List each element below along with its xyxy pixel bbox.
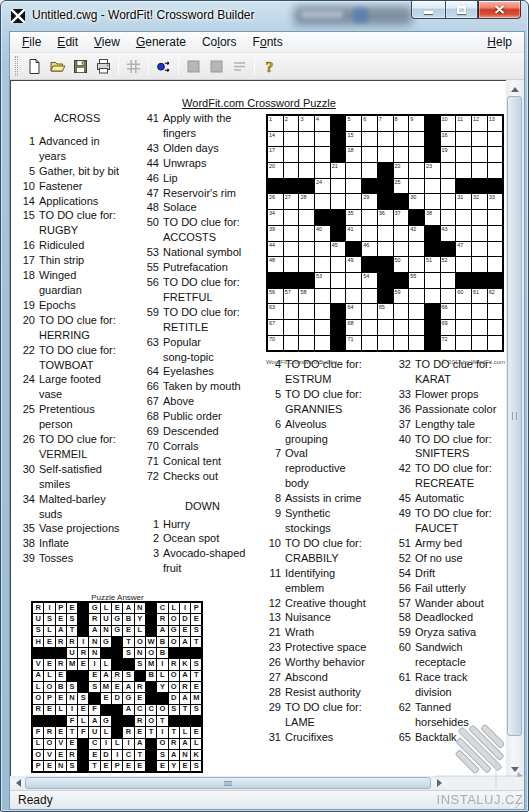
grid-cell[interactable]	[362, 336, 377, 351]
grid-cell[interactable]	[284, 210, 299, 225]
generate-puzzle-button[interactable]	[152, 55, 175, 77]
black-cell[interactable]	[315, 210, 330, 225]
generate-puzzle-icon	[155, 58, 172, 75]
clue-item: 26TO DO clue for: VERMEIL	[15, 432, 139, 462]
grid-cell[interactable]	[346, 179, 361, 194]
grid-cell[interactable]: 21	[331, 163, 346, 178]
help-question-button[interactable]: ?	[258, 55, 281, 77]
black-cell[interactable]	[378, 194, 393, 209]
grid-cell[interactable]: 45	[331, 242, 346, 257]
grid-cell[interactable]: 48	[268, 257, 283, 272]
save-document-button[interactable]	[69, 55, 92, 77]
clue-item: 56TO DO clue for: FRETFUL	[139, 275, 266, 305]
grid-cell[interactable]: 1	[268, 116, 283, 131]
grid-cell[interactable]: 17	[268, 147, 283, 162]
grid-cell[interactable]	[284, 320, 299, 335]
grid-cell[interactable]	[346, 163, 361, 178]
grid-cell[interactable]: 3	[299, 116, 314, 131]
grid-cell[interactable]	[378, 320, 393, 335]
grid-cell[interactable]	[315, 257, 330, 272]
grid-cell[interactable]	[299, 336, 314, 351]
grid-cell[interactable]	[378, 242, 393, 257]
black-cell[interactable]	[331, 320, 346, 335]
black-cell[interactable]	[394, 194, 409, 209]
grid-cell[interactable]: 5	[346, 116, 361, 131]
grid-cell[interactable]: 65	[378, 304, 393, 319]
grid-cell[interactable]	[441, 194, 456, 209]
black-cell[interactable]	[268, 179, 283, 194]
clue-text: Nuisance	[285, 610, 331, 625]
grid-cell[interactable]	[441, 163, 456, 178]
grid-cell[interactable]	[331, 289, 346, 304]
scroll-down-button[interactable]	[506, 762, 524, 776]
grid-cell[interactable]: 22	[394, 163, 409, 178]
grid-cell[interactable]: 43	[441, 226, 456, 241]
black-cell[interactable]	[409, 210, 424, 225]
black-cell[interactable]	[378, 179, 393, 194]
grid-cell[interactable]	[456, 257, 471, 272]
black-cell[interactable]	[299, 179, 314, 194]
grid-cell[interactable]	[456, 320, 471, 335]
grid-cell[interactable]: 28	[299, 194, 314, 209]
grid-cell[interactable]	[409, 179, 424, 194]
black-cell[interactable]	[378, 273, 393, 288]
grid-cell[interactable]: 46	[362, 242, 377, 257]
black-cell[interactable]	[378, 289, 393, 304]
cell-number: 61	[473, 289, 479, 295]
close-button[interactable]	[478, 1, 521, 19]
grid-cell[interactable]	[284, 304, 299, 319]
black-cell[interactable]	[331, 147, 346, 162]
grid-cell[interactable]	[284, 147, 299, 162]
grid-cell[interactable]	[284, 226, 299, 241]
grid-cell[interactable]	[315, 320, 330, 335]
minimize-button[interactable]	[411, 1, 445, 19]
black-cell[interactable]	[394, 273, 409, 288]
grid-cell[interactable]: 58	[299, 289, 314, 304]
clue-item: 28Resist authority	[261, 685, 393, 700]
svg-text:?: ?	[266, 58, 274, 74]
grid-cell[interactable]: 7	[378, 116, 393, 131]
grid-cell[interactable]: 54	[362, 273, 377, 288]
grid-cell[interactable]	[378, 336, 393, 351]
black-cell[interactable]	[346, 242, 361, 257]
grid-cell[interactable]	[331, 273, 346, 288]
clue-item: 9Synthetic stockings	[261, 506, 393, 536]
grid-cell[interactable]	[346, 289, 361, 304]
black-cell[interactable]	[456, 179, 471, 194]
grid-cell[interactable]	[299, 226, 314, 241]
grid-cell[interactable]	[472, 304, 487, 319]
grid-cell[interactable]: 63	[268, 304, 283, 319]
clue-number: 13	[261, 610, 285, 625]
new-document-button[interactable]	[23, 55, 46, 77]
grid-cell[interactable]	[409, 242, 424, 257]
grid-cell[interactable]	[284, 242, 299, 257]
grid-cell[interactable]	[394, 336, 409, 351]
grid-cell[interactable]	[394, 320, 409, 335]
black-cell[interactable]	[284, 273, 299, 288]
menu-generate[interactable]: Generate	[128, 33, 194, 51]
clue-item: 31Crucifixes	[261, 730, 393, 745]
grid-cell[interactable]	[409, 304, 424, 319]
scroll-left-button[interactable]	[12, 776, 24, 790]
grid-cell[interactable]	[394, 147, 409, 162]
app-icon[interactable]	[11, 9, 25, 23]
grid-cell[interactable]: 56	[268, 289, 283, 304]
grid-cell[interactable]: 19	[441, 147, 456, 162]
black-cell[interactable]	[378, 163, 393, 178]
grid-cell[interactable]: 61	[472, 289, 487, 304]
black-cell[interactable]	[331, 132, 346, 147]
title-bar: Untitled.cwg - WordFit! Crossword Builde…	[1, 1, 528, 31]
clue-text: TO DO clue for: FAUCET	[415, 506, 492, 536]
grid-cell[interactable]	[394, 304, 409, 319]
scroll-right-icon	[437, 779, 442, 787]
clue-item: 20TO DO clue for: HERRING	[15, 313, 139, 343]
black-cell[interactable]	[425, 304, 440, 319]
crossword-document: WordFit.com Crossword Puzzle ACROSS1Adva…	[10, 80, 508, 778]
answer-black-cell	[78, 739, 88, 749]
clue-number: 57	[391, 596, 415, 611]
clue-item: 5Gather, bit by bit	[15, 164, 139, 179]
grid-cell[interactable]: 24	[315, 179, 330, 194]
grid-footer-right: © 2013 by WordFit.com	[442, 355, 505, 370]
toolbar-grip[interactable]	[15, 56, 18, 76]
grid-cell[interactable]: 11	[456, 116, 471, 131]
grid-cell[interactable]: 25	[394, 179, 409, 194]
grid-cell[interactable]	[299, 210, 314, 225]
cell-number: 30	[410, 194, 416, 200]
grid-cell[interactable]	[472, 242, 487, 257]
grid-cell[interactable]	[409, 132, 424, 147]
grid-cell[interactable]	[488, 163, 503, 178]
grid-cell[interactable]	[472, 147, 487, 162]
grid-cell[interactable]	[362, 147, 377, 162]
grid-cell[interactable]: 37	[394, 210, 409, 225]
grid-cell[interactable]	[425, 179, 440, 194]
horizontal-scrollbar[interactable]	[10, 776, 447, 790]
cell-number: 43	[442, 226, 448, 232]
grid-cell[interactable]	[284, 336, 299, 351]
grid-cell[interactable]	[394, 242, 409, 257]
grid-cell[interactable]	[315, 242, 330, 257]
grid-cell[interactable]	[441, 273, 456, 288]
grid-cell[interactable]	[472, 320, 487, 335]
black-cell[interactable]	[425, 242, 440, 257]
clue-text: Advanced in years	[39, 134, 100, 164]
black-cell[interactable]	[331, 336, 346, 351]
grid-cell[interactable]	[472, 163, 487, 178]
grid-cell[interactable]: 32	[472, 194, 487, 209]
grid-cell[interactable]: 35	[346, 210, 361, 225]
grid-cell[interactable]: 70	[268, 336, 283, 351]
grid-cell[interactable]	[409, 289, 424, 304]
menu-file[interactable]: File	[14, 33, 49, 51]
grid-cell[interactable]	[456, 336, 471, 351]
black-cell[interactable]	[331, 210, 346, 225]
grid-cell[interactable]	[331, 194, 346, 209]
grid-cell[interactable]	[394, 132, 409, 147]
grid-cell[interactable]	[472, 257, 487, 272]
answer-black-cell	[146, 750, 156, 760]
black-cell[interactable]	[441, 242, 456, 257]
black-cell[interactable]	[425, 147, 440, 162]
grid-cell[interactable]: 2	[284, 116, 299, 131]
clue-column-2: 41Apply with the fingers43Olden days44Un…	[139, 111, 266, 576]
menu-fonts[interactable]: Fonts	[245, 33, 291, 51]
grid-cell[interactable]	[488, 336, 503, 351]
clue-item: 34Malted-barley suds	[15, 492, 139, 522]
black-cell[interactable]	[425, 336, 440, 351]
grid-cell[interactable]	[456, 210, 471, 225]
grid-cell[interactable]	[378, 226, 393, 241]
grid-cell[interactable]	[315, 132, 330, 147]
grid-cell[interactable]: 36	[378, 210, 393, 225]
grid-cell[interactable]: 33	[488, 194, 503, 209]
grid-cell[interactable]	[488, 210, 503, 225]
grid-cell[interactable]	[456, 132, 471, 147]
grid-cell[interactable]: 18	[346, 147, 361, 162]
grid-cell[interactable]	[315, 163, 330, 178]
print-document-button[interactable]	[92, 55, 115, 77]
clue-number: 6	[261, 417, 285, 432]
grid-cell[interactable]	[315, 147, 330, 162]
grid-cell[interactable]: 51	[425, 257, 440, 272]
maximize-button[interactable]	[445, 1, 478, 19]
grid-cell[interactable]	[284, 257, 299, 272]
grid-cell[interactable]	[362, 289, 377, 304]
clue-text: TO DO clue for: GRANNIES	[285, 387, 362, 417]
grid-cell[interactable]	[362, 226, 377, 241]
grid-cell[interactable]: 23	[425, 163, 440, 178]
answer-black-cell	[78, 750, 88, 760]
grid-cell[interactable]	[425, 289, 440, 304]
answer-letter-cell: S	[89, 682, 99, 692]
grid-cell[interactable]	[394, 226, 409, 241]
maximize-icon	[457, 6, 466, 14]
clue-text: Hurry	[163, 517, 190, 532]
grid-cell[interactable]	[456, 147, 471, 162]
black-cell[interactable]	[488, 179, 503, 194]
grid-cell[interactable]	[315, 194, 330, 209]
grid-cell[interactable]	[488, 226, 503, 241]
grid-cell[interactable]	[331, 179, 346, 194]
scroll-up-button[interactable]	[506, 82, 524, 96]
clue-text: Epochs	[39, 298, 76, 313]
grid-cell[interactable]	[441, 210, 456, 225]
grid-cell[interactable]: 27	[284, 194, 299, 209]
grid-cell[interactable]: 30	[409, 194, 424, 209]
grid-cell[interactable]	[299, 132, 314, 147]
grid-cell[interactable]	[331, 257, 346, 272]
grid-cell[interactable]	[346, 194, 361, 209]
menu-colors[interactable]: Colors	[194, 33, 245, 51]
grid-cell[interactable]	[409, 163, 424, 178]
clue-number: 9	[261, 506, 285, 521]
grid-cell[interactable]: 26	[268, 194, 283, 209]
grid-cell[interactable]: 55	[409, 273, 424, 288]
grid-cell[interactable]	[488, 147, 503, 162]
grid-cell[interactable]: 57	[284, 289, 299, 304]
grid-cell[interactable]: 4	[315, 116, 330, 131]
clue-item: 26Worthy behavior	[261, 655, 393, 670]
grid-cell[interactable]: 60	[456, 289, 471, 304]
grid-cell[interactable]	[299, 304, 314, 319]
grid-cell[interactable]	[378, 147, 393, 162]
grid-cell[interactable]: 41	[346, 226, 361, 241]
black-cell[interactable]	[268, 273, 283, 288]
black-cell[interactable]	[299, 273, 314, 288]
grid-cell[interactable]	[409, 336, 424, 351]
grid-cell[interactable]	[488, 242, 503, 257]
grid-cell[interactable]	[362, 304, 377, 319]
grid-cell[interactable]	[299, 242, 314, 257]
grid-cell[interactable]	[488, 132, 503, 147]
grid-cell[interactable]	[362, 132, 377, 147]
grid-cell[interactable]: 31	[456, 194, 471, 209]
grid-cell[interactable]	[441, 289, 456, 304]
grid-cell[interactable]: 16	[441, 132, 456, 147]
clue-text: TO DO clue for: LAME	[285, 700, 362, 730]
grid-cell[interactable]	[425, 194, 440, 209]
grid-cell[interactable]	[456, 163, 471, 178]
grid-cell[interactable]: 15	[346, 132, 361, 147]
black-cell[interactable]	[425, 226, 440, 241]
grid-cell[interactable]	[299, 320, 314, 335]
menu-view[interactable]: View	[86, 33, 128, 51]
black-cell[interactable]	[472, 273, 487, 288]
scroll-grip-icon	[512, 412, 517, 420]
grid-cell[interactable]	[456, 226, 471, 241]
grid-cell[interactable]	[362, 210, 377, 225]
grid-cell[interactable]: 64	[346, 304, 361, 319]
grid-cell[interactable]	[488, 320, 503, 335]
grid-cell[interactable]: 29	[362, 194, 377, 209]
grid-cell[interactable]	[315, 289, 330, 304]
grid-cell[interactable]	[472, 210, 487, 225]
clue-text: Tanned horsehides	[415, 700, 469, 730]
clue-text: Conical tent	[163, 454, 221, 469]
grid-cell[interactable]: 38	[425, 210, 440, 225]
grid-cell[interactable]: 53	[315, 273, 330, 288]
grid-cell[interactable]: 9	[409, 116, 424, 131]
clue-text: TO DO clue for: TOWBOAT	[39, 343, 116, 373]
grid-cell[interactable]: 44	[268, 242, 283, 257]
grid-cell[interactable]: 67	[268, 320, 283, 335]
grid-cell[interactable]: 66	[441, 304, 456, 319]
grid-cell[interactable]: 40	[315, 226, 330, 241]
color-swatch-2-button	[205, 55, 228, 77]
grid-cell[interactable]: 47	[456, 242, 471, 257]
scroll-right-button[interactable]	[433, 776, 445, 790]
grid-cell[interactable]	[315, 336, 330, 351]
horizontal-scroll-thumb[interactable]	[25, 777, 431, 789]
grid-cell[interactable]: 62	[488, 289, 503, 304]
grid-cell[interactable]	[472, 336, 487, 351]
grid-cell[interactable]: 6	[362, 116, 377, 131]
menu-edit[interactable]: Edit	[49, 33, 86, 51]
grid-cell[interactable]	[284, 132, 299, 147]
grid-cell[interactable]: 42	[409, 226, 424, 241]
grid-cell[interactable]	[409, 147, 424, 162]
grid-cell[interactable]	[488, 304, 503, 319]
grid-cell[interactable]: 34	[268, 210, 283, 225]
grid-cell[interactable]	[441, 179, 456, 194]
black-cell[interactable]	[425, 116, 440, 131]
grid-cell[interactable]: 50	[394, 257, 409, 272]
grid-cell[interactable]: 14	[268, 132, 283, 147]
black-cell[interactable]	[331, 304, 346, 319]
grid-cell[interactable]: 68	[346, 320, 361, 335]
grid-cell[interactable]	[472, 132, 487, 147]
grid-cell[interactable]: 72	[441, 336, 456, 351]
toolbar-separator	[254, 57, 255, 75]
black-cell[interactable]	[331, 226, 346, 241]
black-cell[interactable]	[331, 116, 346, 131]
grid-cell[interactable]	[315, 304, 330, 319]
grid-cell[interactable]	[362, 163, 377, 178]
grid-cell[interactable]: 52	[441, 257, 456, 272]
grid-cell[interactable]	[488, 257, 503, 272]
grid-cell[interactable]	[378, 132, 393, 147]
grid-cell[interactable]: 59	[394, 289, 409, 304]
grid-cell[interactable]: 39	[268, 226, 283, 241]
grid-cell[interactable]: 71	[346, 336, 361, 351]
grid-cell[interactable]	[346, 273, 361, 288]
grid-cell[interactable]	[299, 163, 314, 178]
menu-help[interactable]: Help	[479, 33, 520, 51]
grid-cell[interactable]: 20	[268, 163, 283, 178]
grid-cell[interactable]	[409, 257, 424, 272]
answer-black-cell	[78, 603, 88, 613]
black-cell[interactable]	[378, 257, 393, 272]
grid-cell[interactable]: 13	[488, 116, 503, 131]
black-cell[interactable]	[456, 273, 471, 288]
grid-cell[interactable]	[362, 320, 377, 335]
clue-number: 7	[261, 446, 285, 461]
grid-cell[interactable]: 49	[346, 257, 361, 272]
grid-cell[interactable]	[409, 320, 424, 335]
grid-cell[interactable]	[472, 226, 487, 241]
black-cell[interactable]	[472, 179, 487, 194]
grid-cell[interactable]	[456, 304, 471, 319]
black-cell[interactable]	[425, 320, 440, 335]
vertical-scroll-thumb[interactable]	[507, 96, 522, 736]
answer-letter-cell: E	[44, 637, 54, 647]
grid-cell[interactable]	[299, 147, 314, 162]
grid-cell[interactable]: 12	[472, 116, 487, 131]
grid-cell[interactable]	[284, 163, 299, 178]
grid-cell[interactable]	[299, 257, 314, 272]
grid-cell[interactable]: 8	[394, 116, 409, 131]
black-cell[interactable]	[425, 132, 440, 147]
black-cell[interactable]	[362, 257, 377, 272]
clue-item: 37Lengthy tale	[391, 417, 508, 432]
cell-number: 53	[316, 273, 322, 279]
vertical-scrollbar[interactable]	[506, 80, 524, 778]
black-cell[interactable]	[284, 179, 299, 194]
help-question-icon: ?	[261, 58, 278, 75]
answer-letter-cell: P	[112, 761, 122, 771]
black-cell[interactable]	[362, 179, 377, 194]
open-document-button[interactable]	[46, 55, 69, 77]
grid-cell[interactable]: 10	[441, 116, 456, 131]
grid-cell[interactable]	[425, 273, 440, 288]
grid-cell[interactable]: 69	[441, 320, 456, 335]
resize-grip[interactable]	[510, 795, 523, 808]
black-cell[interactable]	[488, 273, 503, 288]
